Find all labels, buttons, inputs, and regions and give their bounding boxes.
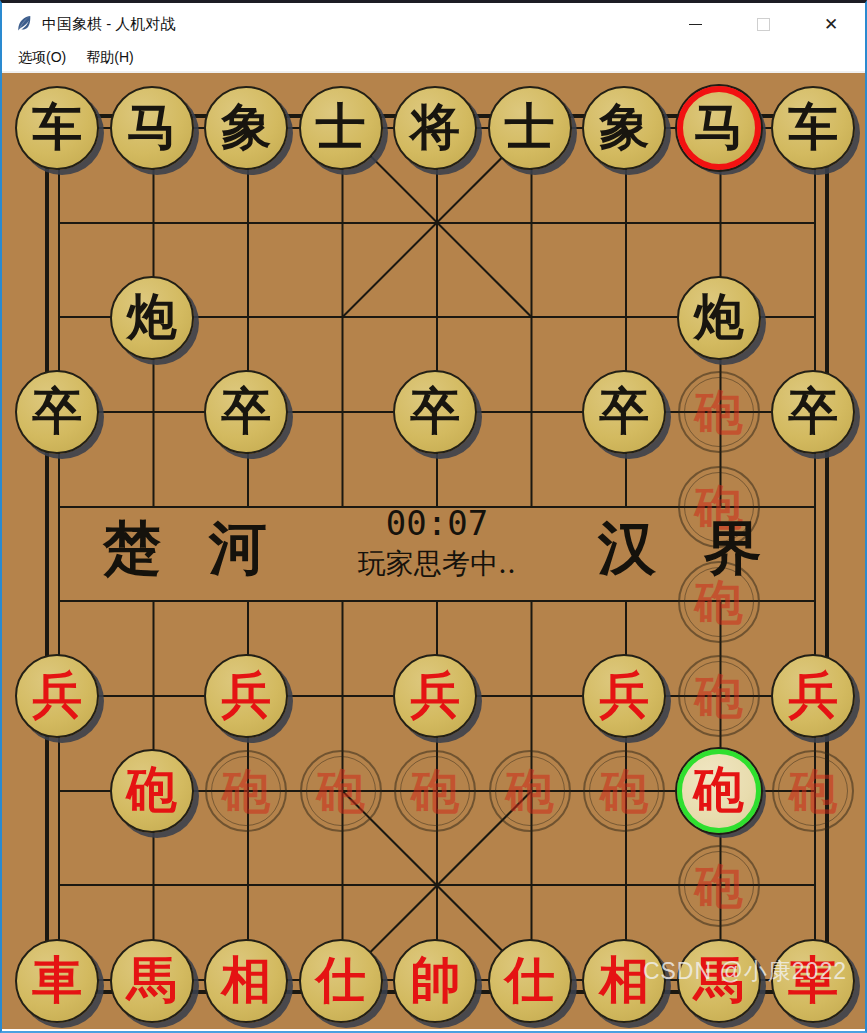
board-cell[interactable] [388, 270, 483, 365]
piece-red[interactable]: 砲 [110, 749, 194, 833]
move-timer: 00:07 [282, 503, 592, 543]
board-cell[interactable]: 砲 [672, 744, 767, 839]
board-cell[interactable]: 卒 [199, 365, 294, 460]
piece-black[interactable]: 象 [204, 86, 288, 170]
ghost-move-marker[interactable]: 砲 [394, 750, 476, 832]
piece-black[interactable]: 车 [771, 86, 855, 170]
board-cell[interactable] [294, 649, 389, 744]
board-cell[interactable]: 车 [10, 81, 105, 176]
board-cell[interactable]: 兵 [388, 649, 483, 744]
board-cell[interactable] [294, 176, 389, 271]
piece-black[interactable]: 炮 [677, 276, 761, 360]
board-cell[interactable]: 象 [577, 81, 672, 176]
menu-item-help[interactable]: 帮助(H) [78, 46, 141, 70]
board-cell[interactable] [483, 270, 578, 365]
status-message: 玩家思考中.. [282, 545, 592, 583]
watermark: CSDN @小康2022 [643, 956, 847, 987]
board-cell[interactable] [766, 176, 861, 271]
board-cell[interactable]: 車 [10, 933, 105, 1028]
close-icon: ✕ [824, 14, 838, 35]
piece-red[interactable]: 仕 [488, 939, 572, 1023]
board-cell[interactable] [199, 839, 294, 934]
piece-red[interactable]: 帥 [393, 939, 477, 1023]
title-bar[interactable]: 中国象棋 - 人机对战 ✕ [2, 3, 865, 45]
piece-black[interactable]: 象 [582, 86, 666, 170]
board-cell[interactable]: 仕 [294, 933, 389, 1028]
ghost-move-marker[interactable]: 砲 [678, 845, 760, 927]
board-cell[interactable]: 兵 [766, 649, 861, 744]
board-cell[interactable]: 象 [199, 81, 294, 176]
close-button[interactable]: ✕ [797, 3, 865, 45]
maximize-button[interactable] [729, 3, 797, 45]
board-cell[interactable] [577, 270, 672, 365]
board-cell[interactable]: 砲 [766, 744, 861, 839]
board-cell[interactable] [388, 839, 483, 934]
board-cell[interactable]: 砲 [294, 744, 389, 839]
piece-black[interactable]: 士 [299, 86, 383, 170]
ghost-move-marker[interactable]: 砲 [205, 750, 287, 832]
board-cell[interactable]: 砲 [672, 839, 767, 934]
board-cell[interactable] [766, 839, 861, 934]
minimize-button[interactable] [661, 3, 729, 45]
board-cell[interactable]: 卒 [388, 365, 483, 460]
board-cell[interactable] [105, 176, 200, 271]
ghost-move-marker[interactable]: 砲 [678, 371, 760, 453]
board-cell[interactable] [577, 176, 672, 271]
board-cell[interactable] [483, 839, 578, 934]
ghost-move-marker[interactable]: 砲 [678, 655, 760, 737]
xiangqi-board[interactable]: 楚 河 汉 界 00:07 玩家思考中.. 车马象士将士象马车炮炮卒卒卒卒砲卒砲… [2, 73, 865, 1029]
piece-red[interactable]: 馬 [110, 939, 194, 1023]
menu-item-options[interactable]: 选项(O) [10, 46, 74, 70]
piece-red[interactable]: 車 [15, 939, 99, 1023]
board-cell[interactable] [294, 839, 389, 934]
piece-red[interactable]: 兵 [771, 654, 855, 738]
board-cell[interactable]: 士 [294, 81, 389, 176]
piece-red[interactable]: 仕 [299, 939, 383, 1023]
ghost-move-marker[interactable]: 砲 [489, 750, 571, 832]
board-cell[interactable] [672, 176, 767, 271]
ghost-move-marker[interactable]: 砲 [300, 750, 382, 832]
board-cell[interactable]: 砲 [105, 744, 200, 839]
board-cell[interactable] [766, 270, 861, 365]
board-cell[interactable]: 车 [766, 81, 861, 176]
board-cell[interactable]: 帥 [388, 933, 483, 1028]
window-title: 中国象棋 - 人机对战 [42, 15, 175, 34]
selected-piece[interactable]: 砲 [677, 749, 761, 833]
minimize-icon [689, 24, 702, 25]
piece-black[interactable]: 炮 [110, 276, 194, 360]
board-cell[interactable]: 仕 [483, 933, 578, 1028]
board-cell[interactable]: 砲 [577, 744, 672, 839]
board-cell[interactable]: 炮 [105, 270, 200, 365]
board-cell[interactable]: 砲 [388, 744, 483, 839]
ghost-move-marker[interactable]: 砲 [772, 750, 854, 832]
piece-red[interactable]: 兵 [15, 654, 99, 738]
board-cell[interactable] [483, 176, 578, 271]
menu-bar: 选项(O) 帮助(H) [2, 45, 865, 73]
board-cell[interactable]: 馬 [105, 933, 200, 1028]
board-cell[interactable] [10, 270, 105, 365]
piece-red[interactable]: 兵 [393, 654, 477, 738]
board-cell[interactable]: 砲 [672, 365, 767, 460]
board-cell[interactable]: 兵 [10, 649, 105, 744]
board-cell[interactable]: 砲 [483, 744, 578, 839]
piece-black[interactable]: 卒 [582, 370, 666, 454]
ghost-move-marker[interactable]: 砲 [583, 750, 665, 832]
board-cell[interactable]: 兵 [577, 649, 672, 744]
piece-black[interactable]: 卒 [15, 370, 99, 454]
board-cell[interactable] [199, 270, 294, 365]
piece-black[interactable]: 卒 [393, 370, 477, 454]
board-cell[interactable] [105, 649, 200, 744]
status-panel: 00:07 玩家思考中.. [282, 503, 592, 583]
board-cell[interactable] [199, 176, 294, 271]
board-cell[interactable] [10, 176, 105, 271]
board-cell[interactable]: 卒 [577, 365, 672, 460]
maximize-icon [757, 18, 770, 31]
board-cell[interactable]: 马 [672, 81, 767, 176]
board-cell[interactable]: 砲 [199, 744, 294, 839]
board-cell[interactable]: 卒 [10, 365, 105, 460]
piece-black[interactable]: 车 [15, 86, 99, 170]
board-cell[interactable] [577, 839, 672, 934]
board-cell[interactable] [10, 744, 105, 839]
piece-black[interactable]: 卒 [204, 370, 288, 454]
piece-black[interactable]: 马 [110, 86, 194, 170]
piece-black[interactable]: 士 [488, 86, 572, 170]
board-cell[interactable]: 炮 [672, 270, 767, 365]
piece-black[interactable]: 将 [393, 86, 477, 170]
board-cell[interactable] [10, 839, 105, 934]
board-cell[interactable] [294, 365, 389, 460]
piece-black[interactable]: 卒 [771, 370, 855, 454]
board-cell[interactable]: 将 [388, 81, 483, 176]
piece-red[interactable]: 兵 [582, 654, 666, 738]
board-cell[interactable] [105, 839, 200, 934]
board-cell[interactable]: 相 [199, 933, 294, 1028]
board-cell[interactable] [105, 365, 200, 460]
board-cell[interactable]: 兵 [199, 649, 294, 744]
board-cell[interactable]: 卒 [766, 365, 861, 460]
board-cell[interactable] [483, 365, 578, 460]
app-window: 中国象棋 - 人机对战 ✕ 选项(O) 帮助(H) [0, 0, 867, 1033]
capture-target-piece[interactable]: 马 [677, 86, 761, 170]
board-cell[interactable]: 马 [105, 81, 200, 176]
board-cell[interactable] [483, 649, 578, 744]
piece-red[interactable]: 相 [204, 939, 288, 1023]
board-cell[interactable]: 砲 [672, 649, 767, 744]
board-cell[interactable] [294, 270, 389, 365]
feather-icon [14, 14, 34, 34]
board-cell[interactable] [388, 176, 483, 271]
board-cell[interactable]: 士 [483, 81, 578, 176]
piece-red[interactable]: 兵 [204, 654, 288, 738]
